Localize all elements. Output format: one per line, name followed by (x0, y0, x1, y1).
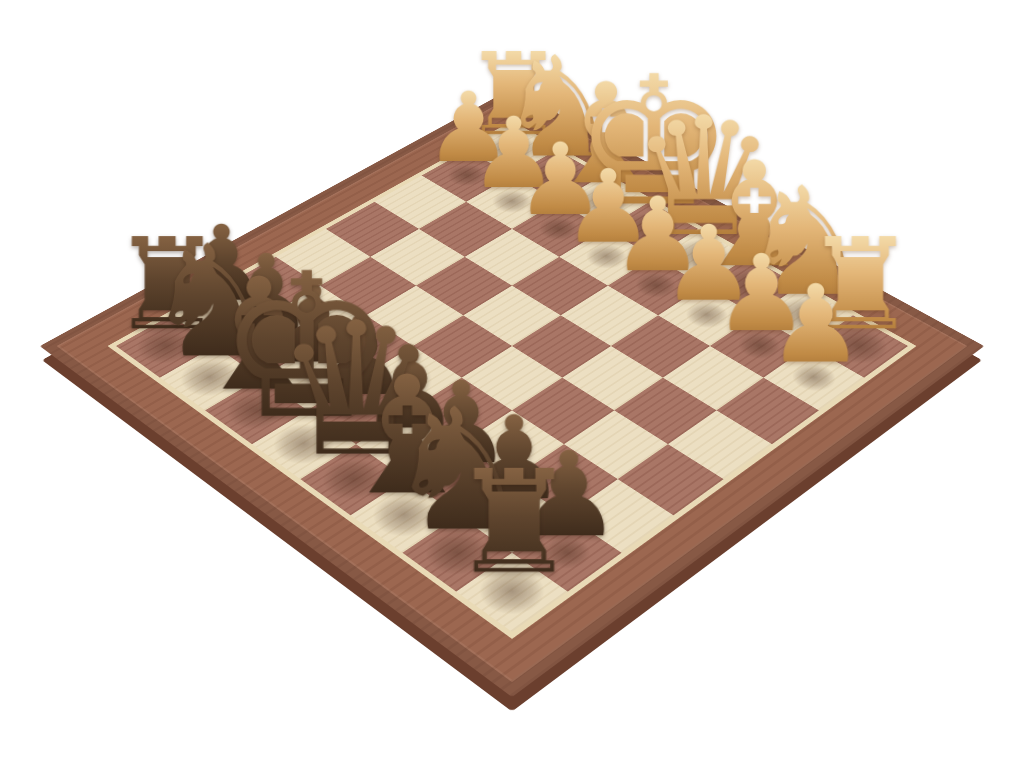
black-pawn-icon: ♟ (344, 370, 579, 478)
black-pawn-icon: ♟ (113, 215, 330, 314)
black-pawn-icon: ♟ (295, 337, 526, 443)
black-pawn-icon: ♟ (247, 305, 474, 409)
black-pawn-icon: ♟ (395, 404, 634, 513)
pieces-layer: ♜♞♝♛♚♝♞♜♟♟♟♟♟♟♟♟♟♟♟♟♟♟♟♟♜♞♝♛♚♝♞♜ (40, 88, 985, 697)
black-pawn-icon: ♟ (201, 274, 425, 376)
white-pawn-icon: ♟ (368, 82, 569, 174)
black-pawn-icon: ♟ (157, 244, 377, 345)
chess-board: ♜♞♝♛♚♝♞♜♟♟♟♟♟♟♟♟♟♟♟♟♟♟♟♟♜♞♝♛♚♝♞♜ (40, 88, 985, 697)
black-rook-icon: ♜ (58, 225, 278, 345)
photo-scene: ♜♞♝♛♚♝♞♜♟♟♟♟♟♟♟♟♟♟♟♟♟♟♟♟♜♞♝♛♚♝♞♜ (0, 0, 1024, 768)
white-rook-icon: ♜ (415, 41, 613, 149)
black-pawn-icon: ♟ (447, 440, 690, 551)
